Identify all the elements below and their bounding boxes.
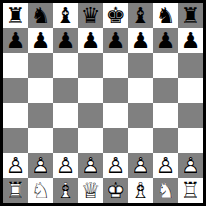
square-h7[interactable]: ♟ (178, 28, 203, 53)
square-b1[interactable]: ♞♘ (28, 178, 53, 203)
black-pawn-piece: ♟ (53, 28, 78, 53)
square-c5[interactable] (53, 78, 78, 103)
white-knight-piece: ♞ (28, 178, 53, 203)
square-g3[interactable] (153, 128, 178, 153)
chess-board: ♜♞♝♛♚♝♞♜♟♟♟♟♟♟♟♟♟♙♟♙♟♙♟♙♟♙♟♙♟♙♟♙♜♖♞♘♝♗♛♕… (3, 3, 203, 203)
square-c7[interactable]: ♟ (53, 28, 78, 53)
square-a2[interactable]: ♟♙ (3, 153, 28, 178)
white-pawn-piece: ♟ (3, 153, 28, 178)
square-d7[interactable]: ♟ (78, 28, 103, 53)
square-e2[interactable]: ♟♙ (103, 153, 128, 178)
square-b8[interactable]: ♞ (28, 3, 53, 28)
square-a3[interactable] (3, 128, 28, 153)
white-knight-piece: ♞ (153, 178, 178, 203)
square-f1[interactable]: ♝♗ (128, 178, 153, 203)
black-knight-piece: ♞ (28, 3, 53, 28)
square-b2[interactable]: ♟♙ (28, 153, 53, 178)
white-pawn-piece: ♟ (53, 153, 78, 178)
black-rook-piece: ♜ (178, 3, 203, 28)
white-king-piece: ♚ (103, 178, 128, 203)
white-pawn-piece: ♟ (103, 153, 128, 178)
black-pawn-piece: ♟ (3, 28, 28, 53)
square-b3[interactable] (28, 128, 53, 153)
white-pawn-piece: ♙ (178, 153, 203, 178)
white-pawn-piece: ♙ (53, 153, 78, 178)
black-knight-piece: ♞ (153, 3, 178, 28)
square-d6[interactable] (78, 53, 103, 78)
black-bishop-piece: ♝ (53, 3, 78, 28)
black-rook-piece: ♜ (3, 3, 28, 28)
square-a7[interactable]: ♟ (3, 28, 28, 53)
white-pawn-piece: ♙ (3, 153, 28, 178)
white-rook-piece: ♜ (3, 178, 28, 203)
square-g6[interactable] (153, 53, 178, 78)
square-b5[interactable] (28, 78, 53, 103)
square-c8[interactable]: ♝ (53, 3, 78, 28)
black-pawn-piece: ♟ (128, 28, 153, 53)
square-h5[interactable] (178, 78, 203, 103)
square-d2[interactable]: ♟♙ (78, 153, 103, 178)
square-d4[interactable] (78, 103, 103, 128)
white-pawn-piece: ♙ (153, 153, 178, 178)
square-a5[interactable] (3, 78, 28, 103)
white-pawn-piece: ♟ (78, 153, 103, 178)
square-g2[interactable]: ♟♙ (153, 153, 178, 178)
black-pawn-piece: ♟ (78, 28, 103, 53)
square-d3[interactable] (78, 128, 103, 153)
black-queen-piece: ♛ (78, 3, 103, 28)
white-pawn-piece: ♟ (28, 153, 53, 178)
square-g4[interactable] (153, 103, 178, 128)
square-e8[interactable]: ♚ (103, 3, 128, 28)
square-d5[interactable] (78, 78, 103, 103)
black-pawn-piece: ♟ (103, 28, 128, 53)
square-a4[interactable] (3, 103, 28, 128)
square-h8[interactable]: ♜ (178, 3, 203, 28)
white-king-piece: ♔ (103, 178, 128, 203)
square-a6[interactable] (3, 53, 28, 78)
white-pawn-piece: ♙ (103, 153, 128, 178)
white-pawn-piece: ♟ (178, 153, 203, 178)
black-pawn-piece: ♟ (28, 28, 53, 53)
square-c3[interactable] (53, 128, 78, 153)
square-h3[interactable] (178, 128, 203, 153)
square-f2[interactable]: ♟♙ (128, 153, 153, 178)
square-a1[interactable]: ♜♖ (3, 178, 28, 203)
white-rook-piece: ♜ (178, 178, 203, 203)
square-f7[interactable]: ♟ (128, 28, 153, 53)
white-pawn-piece: ♙ (78, 153, 103, 178)
white-pawn-piece: ♙ (28, 153, 53, 178)
white-rook-piece: ♖ (178, 178, 203, 203)
square-b4[interactable] (28, 103, 53, 128)
white-bishop-piece: ♗ (53, 178, 78, 203)
square-f6[interactable] (128, 53, 153, 78)
white-queen-piece: ♕ (78, 178, 103, 203)
white-pawn-piece: ♙ (128, 153, 153, 178)
square-d1[interactable]: ♛♕ (78, 178, 103, 203)
square-b6[interactable] (28, 53, 53, 78)
square-h6[interactable] (178, 53, 203, 78)
black-king-piece: ♚ (103, 3, 128, 28)
white-bishop-piece: ♗ (128, 178, 153, 203)
square-e3[interactable] (103, 128, 128, 153)
square-e6[interactable] (103, 53, 128, 78)
white-knight-piece: ♘ (153, 178, 178, 203)
square-b7[interactable]: ♟ (28, 28, 53, 53)
white-queen-piece: ♛ (78, 178, 103, 203)
square-e1[interactable]: ♚♔ (103, 178, 128, 203)
square-h2[interactable]: ♟♙ (178, 153, 203, 178)
square-e4[interactable] (103, 103, 128, 128)
square-e7[interactable]: ♟ (103, 28, 128, 53)
square-g7[interactable]: ♟ (153, 28, 178, 53)
square-c4[interactable] (53, 103, 78, 128)
chess-board-frame: ♜♞♝♛♚♝♞♜♟♟♟♟♟♟♟♟♟♙♟♙♟♙♟♙♟♙♟♙♟♙♟♙♜♖♞♘♝♗♛♕… (0, 0, 206, 206)
square-c1[interactable]: ♝♗ (53, 178, 78, 203)
white-bishop-piece: ♝ (128, 178, 153, 203)
black-pawn-piece: ♟ (178, 28, 203, 53)
square-f8[interactable]: ♝ (128, 3, 153, 28)
square-h4[interactable] (178, 103, 203, 128)
square-c2[interactable]: ♟♙ (53, 153, 78, 178)
square-g8[interactable]: ♞ (153, 3, 178, 28)
square-g1[interactable]: ♞♘ (153, 178, 178, 203)
white-knight-piece: ♘ (28, 178, 53, 203)
white-bishop-piece: ♝ (53, 178, 78, 203)
square-f3[interactable] (128, 128, 153, 153)
square-g5[interactable] (153, 78, 178, 103)
square-h1[interactable]: ♜♖ (178, 178, 203, 203)
black-bishop-piece: ♝ (128, 3, 153, 28)
square-d8[interactable]: ♛ (78, 3, 103, 28)
square-e5[interactable] (103, 78, 128, 103)
white-pawn-piece: ♟ (153, 153, 178, 178)
square-c6[interactable] (53, 53, 78, 78)
square-f4[interactable] (128, 103, 153, 128)
white-rook-piece: ♖ (3, 178, 28, 203)
black-pawn-piece: ♟ (153, 28, 178, 53)
square-a8[interactable]: ♜ (3, 3, 28, 28)
white-pawn-piece: ♟ (128, 153, 153, 178)
square-f5[interactable] (128, 78, 153, 103)
